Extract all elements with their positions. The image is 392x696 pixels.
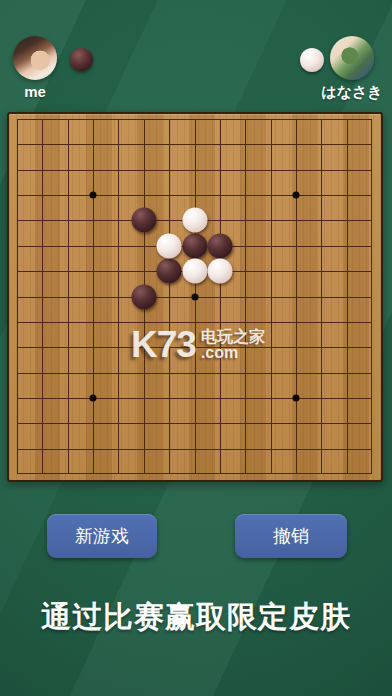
avatar-me[interactable] — [13, 36, 57, 80]
undo-button[interactable]: 撤销 — [235, 514, 347, 558]
player-name-me: me — [13, 83, 57, 100]
new-game-button[interactable]: 新游戏 — [47, 514, 157, 558]
stone-white — [182, 208, 207, 233]
black-stone-icon — [70, 48, 93, 71]
stone-white — [182, 259, 207, 284]
star-point — [90, 394, 97, 401]
stone-white — [207, 259, 232, 284]
stone-black — [182, 233, 207, 258]
star-point — [292, 192, 299, 199]
stone-black — [207, 233, 232, 258]
star-point — [191, 293, 198, 300]
white-stone-icon — [300, 48, 324, 72]
stone-black — [131, 208, 156, 233]
stone-black — [131, 284, 156, 309]
player-name-opponent: はなさき — [318, 83, 386, 102]
board-overlay — [17, 119, 372, 474]
star-point — [292, 394, 299, 401]
star-point — [90, 192, 97, 199]
stone-white — [157, 233, 182, 258]
avatar-opponent[interactable] — [330, 36, 374, 80]
game-board[interactable] — [7, 112, 383, 482]
stone-black — [157, 259, 182, 284]
promo-banner: 通过比赛赢取限定皮肤 — [0, 597, 392, 638]
